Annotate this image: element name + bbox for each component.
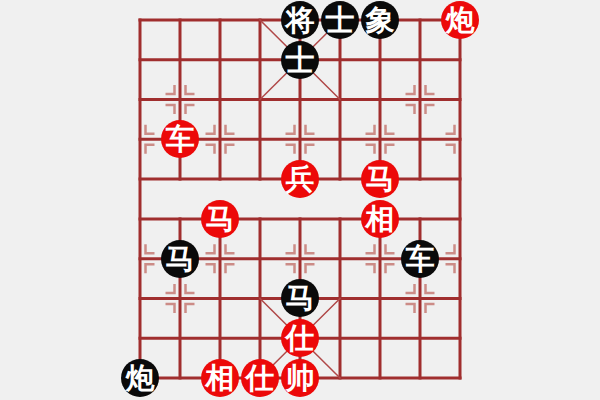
red-soldier[interactable]: 兵 — [281, 160, 319, 198]
red-cannon[interactable]: 炮 — [441, 1, 479, 39]
black-horse[interactable]: 马 — [161, 240, 199, 278]
red-advisor[interactable]: 仕 — [281, 319, 319, 357]
red-advisor[interactable]: 仕 — [241, 359, 279, 397]
black-cannon[interactable]: 炮 — [121, 359, 159, 397]
black-chariot[interactable]: 车 — [401, 240, 439, 278]
red-elephant[interactable]: 相 — [201, 359, 239, 397]
pieces-layer: 将士象炮士车兵马马相马车马仕炮相仕帅 — [0, 0, 600, 400]
black-horse[interactable]: 马 — [281, 279, 319, 317]
red-general[interactable]: 帅 — [281, 359, 319, 397]
xiangqi-board: 将士象炮士车兵马马相马车马仕炮相仕帅 — [0, 0, 600, 400]
black-advisor[interactable]: 士 — [281, 41, 319, 79]
red-chariot[interactable]: 车 — [161, 120, 199, 158]
black-elephant[interactable]: 象 — [361, 1, 399, 39]
red-elephant[interactable]: 相 — [361, 200, 399, 238]
black-general[interactable]: 将 — [281, 1, 319, 39]
red-horse[interactable]: 马 — [201, 200, 239, 238]
black-advisor[interactable]: 士 — [321, 1, 359, 39]
red-horse[interactable]: 马 — [361, 160, 399, 198]
